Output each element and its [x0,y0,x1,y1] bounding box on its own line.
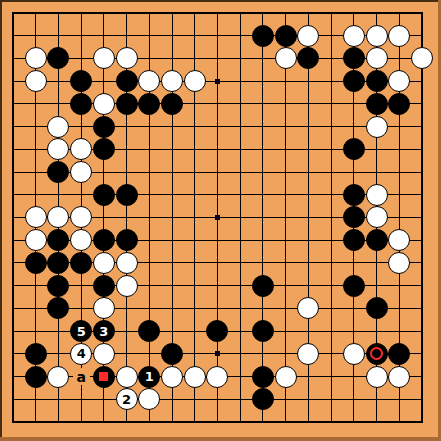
circle-marker-icon [370,347,383,360]
black-stone [388,93,410,115]
black-stone: 1 [138,366,160,388]
black-stone [161,93,183,115]
grid-line-horizontal [12,308,423,309]
black-stone [93,366,115,388]
white-stone: 4 [70,343,92,365]
white-stone [93,93,115,115]
white-stone [93,297,115,319]
black-stone [93,229,115,251]
black-stone [161,343,183,365]
black-stone [343,47,365,69]
white-stone [25,229,47,251]
star-point [215,79,220,84]
white-stone [388,70,410,92]
go-board-frame: 53412a [0,0,441,441]
white-stone [366,206,388,228]
white-stone [275,366,297,388]
white-stone [411,47,433,69]
white-stone [366,25,388,47]
white-stone [25,206,47,228]
white-stone [206,366,228,388]
black-stone [343,275,365,297]
grid-line-vertical [262,12,263,423]
black-stone [70,93,92,115]
grid-line-horizontal [12,399,423,400]
black-stone [252,366,274,388]
move-number-label: 2 [122,393,131,406]
black-stone [70,252,92,274]
white-stone [366,366,388,388]
black-stone [116,93,138,115]
white-stone [297,343,319,365]
board-bevel-bottom [0,437,441,441]
white-stone [116,275,138,297]
white-stone [116,47,138,69]
black-stone [138,320,160,342]
white-stone [161,366,183,388]
white-stone [93,47,115,69]
black-stone [343,206,365,228]
black-stone [366,93,388,115]
white-stone [343,25,365,47]
black-stone [388,343,410,365]
white-stone [25,47,47,69]
white-stone [93,343,115,365]
black-stone [252,275,274,297]
black-stone [343,70,365,92]
black-stone [47,229,69,251]
black-stone: 5 [70,320,92,342]
black-stone [366,343,388,365]
white-stone [366,47,388,69]
white-stone [70,229,92,251]
go-board: 53412a [0,0,441,441]
white-stone [297,297,319,319]
white-stone [184,366,206,388]
white-stone [47,116,69,138]
black-stone [206,320,228,342]
white-stone [93,252,115,274]
board-bevel-left [0,0,2,441]
white-stone [138,388,160,410]
black-stone [25,366,47,388]
black-stone [343,184,365,206]
white-stone [388,366,410,388]
black-stone [93,184,115,206]
black-stone [343,138,365,160]
grid-line-vertical [421,12,423,423]
white-stone [184,70,206,92]
black-stone [93,116,115,138]
black-stone [275,25,297,47]
move-number-label: 1 [145,370,154,383]
black-stone [93,138,115,160]
black-stone [343,229,365,251]
black-stone [366,297,388,319]
white-stone [297,25,319,47]
white-stone [366,116,388,138]
black-stone [252,25,274,47]
black-stone [25,343,47,365]
white-stone [70,138,92,160]
board-bevel-top [0,0,441,2]
white-stone [47,206,69,228]
star-point [215,215,220,220]
black-stone [116,70,138,92]
white-stone [138,70,160,92]
black-stone [47,297,69,319]
black-stone [25,252,47,274]
black-stone [47,275,69,297]
black-stone [47,252,69,274]
black-stone [93,275,115,297]
grid-line-vertical [240,12,241,423]
black-stone: 3 [93,320,115,342]
white-stone [388,25,410,47]
white-stone [47,138,69,160]
move-number-label: 4 [77,347,86,360]
white-stone [47,366,69,388]
black-stone [252,388,274,410]
white-stone [70,206,92,228]
white-stone [116,366,138,388]
black-stone [116,229,138,251]
white-stone [343,343,365,365]
white-stone [388,252,410,274]
black-stone [252,320,274,342]
white-stone [70,161,92,183]
white-stone [25,70,47,92]
black-stone [138,93,160,115]
star-point [215,351,220,356]
move-number-label: 3 [99,325,108,338]
white-stone [388,229,410,251]
grid-line-horizontal [12,421,423,423]
move-number-label: 5 [77,325,86,338]
black-stone [70,70,92,92]
square-marker-icon [99,372,108,381]
white-stone [116,252,138,274]
grid-line-vertical [285,12,286,423]
point-label-a: a [73,368,90,385]
white-stone [366,184,388,206]
black-stone [47,47,69,69]
black-stone [366,229,388,251]
black-stone [297,47,319,69]
black-stone [47,161,69,183]
white-stone: 2 [116,388,138,410]
black-stone [116,184,138,206]
white-stone [275,47,297,69]
white-stone [161,70,183,92]
black-stone [366,70,388,92]
grid-line-vertical [331,12,332,423]
